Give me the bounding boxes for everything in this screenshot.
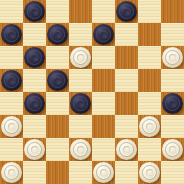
white-man[interactable] bbox=[1, 162, 22, 183]
black-man[interactable] bbox=[47, 24, 68, 45]
square-e5[interactable] bbox=[92, 69, 115, 92]
square-b2[interactable] bbox=[23, 138, 46, 161]
square-b4[interactable] bbox=[23, 92, 46, 115]
white-man[interactable] bbox=[139, 116, 160, 137]
white-man[interactable] bbox=[162, 47, 183, 68]
square-e3[interactable] bbox=[92, 115, 115, 138]
square-c2[interactable] bbox=[46, 138, 69, 161]
black-man[interactable] bbox=[1, 24, 22, 45]
white-man[interactable] bbox=[93, 162, 114, 183]
black-man[interactable] bbox=[1, 70, 22, 91]
square-b1[interactable] bbox=[23, 161, 46, 184]
square-f6[interactable] bbox=[115, 46, 138, 69]
square-g4[interactable] bbox=[138, 92, 161, 115]
black-man[interactable] bbox=[162, 93, 183, 114]
square-a7[interactable] bbox=[0, 23, 23, 46]
square-h2[interactable] bbox=[161, 138, 184, 161]
square-d6[interactable] bbox=[69, 46, 92, 69]
square-c7[interactable] bbox=[46, 23, 69, 46]
square-a6[interactable] bbox=[0, 46, 23, 69]
square-d8[interactable] bbox=[69, 0, 92, 23]
square-c6[interactable] bbox=[46, 46, 69, 69]
square-f7[interactable] bbox=[115, 23, 138, 46]
square-g6[interactable] bbox=[138, 46, 161, 69]
square-a3[interactable] bbox=[0, 115, 23, 138]
black-man[interactable] bbox=[24, 47, 45, 68]
square-h4[interactable] bbox=[161, 92, 184, 115]
square-g1[interactable] bbox=[138, 161, 161, 184]
white-man[interactable] bbox=[70, 47, 91, 68]
square-g3[interactable] bbox=[138, 115, 161, 138]
square-h5[interactable] bbox=[161, 69, 184, 92]
square-d1[interactable] bbox=[69, 161, 92, 184]
square-h3[interactable] bbox=[161, 115, 184, 138]
white-man[interactable] bbox=[162, 139, 183, 160]
square-d7[interactable] bbox=[69, 23, 92, 46]
square-b3[interactable] bbox=[23, 115, 46, 138]
black-man[interactable] bbox=[24, 93, 45, 114]
black-man[interactable] bbox=[116, 1, 137, 22]
square-e8[interactable] bbox=[92, 0, 115, 23]
square-c5[interactable] bbox=[46, 69, 69, 92]
square-d3[interactable] bbox=[69, 115, 92, 138]
square-g5[interactable] bbox=[138, 69, 161, 92]
black-man[interactable] bbox=[70, 93, 91, 114]
square-b6[interactable] bbox=[23, 46, 46, 69]
square-e7[interactable] bbox=[92, 23, 115, 46]
square-h8[interactable] bbox=[161, 0, 184, 23]
black-man[interactable] bbox=[93, 24, 114, 45]
square-h7[interactable] bbox=[161, 23, 184, 46]
square-f2[interactable] bbox=[115, 138, 138, 161]
square-a8[interactable] bbox=[0, 0, 23, 23]
black-man[interactable] bbox=[24, 1, 45, 22]
square-b8[interactable] bbox=[23, 0, 46, 23]
square-a1[interactable] bbox=[0, 161, 23, 184]
square-e6[interactable] bbox=[92, 46, 115, 69]
square-e2[interactable] bbox=[92, 138, 115, 161]
square-f3[interactable] bbox=[115, 115, 138, 138]
white-man[interactable] bbox=[24, 139, 45, 160]
checkers-board bbox=[0, 0, 184, 184]
square-d4[interactable] bbox=[69, 92, 92, 115]
square-h6[interactable] bbox=[161, 46, 184, 69]
square-c8[interactable] bbox=[46, 0, 69, 23]
square-d2[interactable] bbox=[69, 138, 92, 161]
black-man[interactable] bbox=[47, 70, 68, 91]
square-d5[interactable] bbox=[69, 69, 92, 92]
white-man[interactable] bbox=[70, 139, 91, 160]
square-c1[interactable] bbox=[46, 161, 69, 184]
square-c3[interactable] bbox=[46, 115, 69, 138]
white-man[interactable] bbox=[1, 116, 22, 137]
square-e1[interactable] bbox=[92, 161, 115, 184]
square-g7[interactable] bbox=[138, 23, 161, 46]
square-b5[interactable] bbox=[23, 69, 46, 92]
square-h1[interactable] bbox=[161, 161, 184, 184]
square-b7[interactable] bbox=[23, 23, 46, 46]
square-c4[interactable] bbox=[46, 92, 69, 115]
white-man[interactable] bbox=[116, 139, 137, 160]
square-e4[interactable] bbox=[92, 92, 115, 115]
square-f5[interactable] bbox=[115, 69, 138, 92]
square-f1[interactable] bbox=[115, 161, 138, 184]
white-man[interactable] bbox=[139, 162, 160, 183]
square-g2[interactable] bbox=[138, 138, 161, 161]
square-g8[interactable] bbox=[138, 0, 161, 23]
square-f4[interactable] bbox=[115, 92, 138, 115]
square-a5[interactable] bbox=[0, 69, 23, 92]
square-a2[interactable] bbox=[0, 138, 23, 161]
square-f8[interactable] bbox=[115, 0, 138, 23]
square-a4[interactable] bbox=[0, 92, 23, 115]
